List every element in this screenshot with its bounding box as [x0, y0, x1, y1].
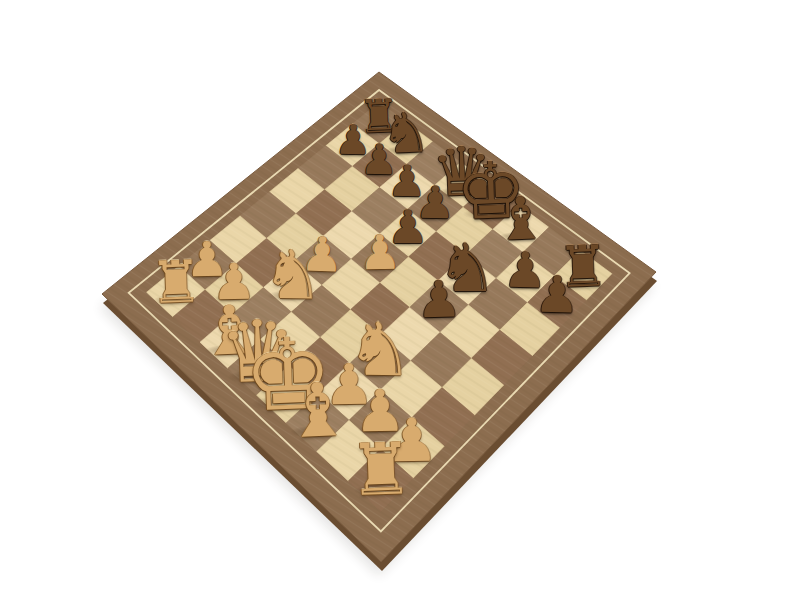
piece-black-pawn-h7[interactable]: ♟	[534, 270, 580, 321]
piece-black-bishop-f8[interactable]: ♝	[493, 189, 548, 249]
piece-white-bishop-f1[interactable]: ♝	[283, 372, 352, 448]
piece-white-rook-a1[interactable]: ♜	[149, 253, 203, 312]
piece-white-pawn-d5[interactable]: ♟	[358, 228, 402, 277]
piece-white-knight-c3[interactable]: ♞	[262, 242, 323, 310]
piece-black-pawn-f5[interactable]: ♟	[416, 274, 463, 326]
piece-white-rook-h1[interactable]: ♜	[347, 433, 413, 507]
product-photo-stage: ♜♞♟♟♛♟♚♟♝♟♟♟♟♜♟♞♞♟♜♟♟♝♞♛♟♚♟♝♟♜	[0, 0, 800, 590]
